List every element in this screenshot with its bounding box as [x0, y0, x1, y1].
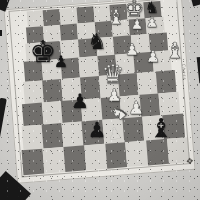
piece-white-pawn-f5: ♟ [125, 42, 139, 58]
photo-edge-shadow [0, 30, 2, 36]
pieces-layer: ♝♚♞♟♟♞♚♟♟♟♝♛♟♟♟♞♟♝♟ [0, 0, 200, 200]
piece-black-king-b5: ♚ [30, 37, 57, 67]
piece-white-bishop-h5: ♝ [165, 40, 185, 62]
piece-white-queen-f4: ♛ [101, 61, 124, 87]
photo-surface: Chess ❖ ♝♚♞♟♟♞♚♟♟♟♝♛♟♟♟♞♟♝♟ [0, 0, 200, 200]
piece-white-pawn-g7: ♟ [131, 17, 144, 31]
piece-black-bishop-h2: ♝ [149, 115, 172, 141]
piece-white-pawn-g5: ♟ [146, 49, 160, 65]
piece-black-pawn-c5: ♟ [54, 54, 68, 70]
piece-black-knight-e6: ♞ [87, 31, 107, 53]
piece-white-pawn-h7: ♟ [146, 15, 159, 29]
piece-white-bishop-f8: ♝ [107, 7, 125, 27]
ghost-piece: ♟ [107, 125, 123, 143]
piece-black-pawn-d3: ♟ [71, 91, 89, 111]
piece-black-pawn-e2: ♟ [88, 120, 107, 141]
chessboard-photo: Chess ❖ ♝♚♞♟♟♞♚♟♟♟♝♛♟♟♟♞♟♝♟ [0, 0, 200, 200]
